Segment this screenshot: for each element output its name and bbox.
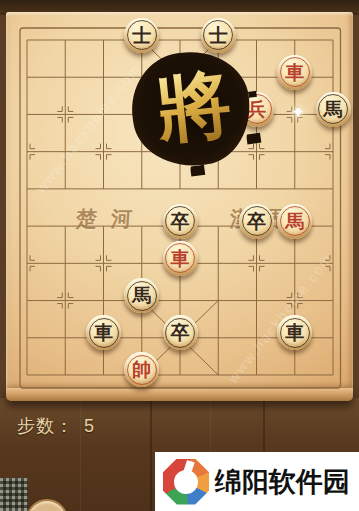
piece-character: 馬 [324, 100, 343, 119]
piece-車-red[interactable]: 車 [277, 55, 312, 90]
pieces-layer: 士士車将兵馬卒卒馬車馬車卒車帥 [8, 21, 352, 393]
piece-馬-red[interactable]: 馬 [277, 204, 312, 239]
piece-士-black[interactable]: 士 [124, 18, 159, 53]
piece-character: 馬 [285, 212, 304, 231]
piece-卒-black[interactable]: 卒 [163, 315, 198, 350]
step-counter: 步数：5 [17, 414, 95, 438]
site-logo-icon [163, 459, 209, 505]
piece-character: 士 [209, 26, 228, 45]
piece-character: 馬 [132, 286, 151, 305]
piece-卒-black[interactable]: 卒 [239, 204, 274, 239]
piece-車-black[interactable]: 車 [86, 315, 121, 350]
piece-車-red[interactable]: 車 [163, 241, 198, 276]
piece-character: 兵 [247, 100, 266, 119]
sparkle-icon: ✦ [288, 103, 308, 123]
piece-将-black[interactable]: 将 [201, 92, 236, 127]
piece-帥-red[interactable]: 帥 [124, 352, 159, 387]
site-name: 绵阳软件园 [215, 464, 350, 500]
piece-卒-black[interactable]: 卒 [163, 204, 198, 239]
piece-character: 車 [94, 323, 113, 342]
qr-code-fragment [0, 478, 28, 511]
piece-character: 車 [285, 63, 304, 82]
piece-馬-black[interactable]: 馬 [316, 92, 351, 127]
piece-character: 卒 [247, 212, 266, 231]
step-counter-label: 步数： [17, 416, 74, 436]
piece-馬-black[interactable]: 馬 [124, 278, 159, 313]
piece-車-black[interactable]: 車 [277, 315, 312, 350]
piece-character: 士 [132, 26, 151, 45]
site-watermark: 绵阳软件园 [155, 452, 359, 511]
piece-character: 帥 [132, 360, 151, 379]
piece-character: 将 [209, 100, 228, 119]
piece-兵-red[interactable]: 兵 [239, 92, 274, 127]
piece-士-black[interactable]: 士 [201, 18, 236, 53]
step-counter-value: 5 [84, 416, 95, 436]
piece-character: 車 [285, 323, 304, 342]
piece-character: 卒 [171, 212, 190, 231]
piece-character: 車 [171, 249, 190, 268]
piece-character: 卒 [171, 323, 190, 342]
